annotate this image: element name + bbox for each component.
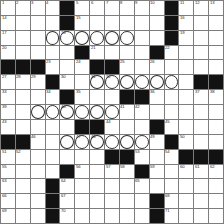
cell-1-2[interactable] <box>31 16 45 30</box>
cell-0-2[interactable]: 3 <box>31 1 45 15</box>
cell-13-9[interactable] <box>135 194 149 208</box>
clue-number: 69 <box>2 209 7 213</box>
block-cell-9-11 <box>165 135 179 149</box>
circle-marker <box>90 105 104 119</box>
block-cell-13-3 <box>46 194 60 208</box>
cell-3-9[interactable] <box>135 46 149 60</box>
block-cell-2-11 <box>165 31 179 45</box>
clue-number: 55 <box>2 165 7 169</box>
clue-number: 27 <box>2 75 7 79</box>
clue-number: 66 <box>2 194 7 198</box>
cell-14-13[interactable] <box>194 209 208 223</box>
cell-0-9[interactable]: 9 <box>135 1 149 15</box>
circle-marker <box>46 105 60 119</box>
block-cell-10-14 <box>209 150 223 164</box>
clue-number: 37 <box>195 90 200 94</box>
clue-number: 23 <box>46 60 51 64</box>
clue-number: 34 <box>46 90 51 94</box>
block-cell-5-3 <box>46 75 60 89</box>
cell-14-7[interactable] <box>105 209 119 223</box>
cell-3-12[interactable] <box>179 46 193 60</box>
clue-number: 1 <box>2 1 4 5</box>
cell-6-6[interactable] <box>90 90 104 104</box>
cell-5-1[interactable]: 28 <box>16 75 30 89</box>
circle-marker <box>120 75 134 89</box>
cell-7-7[interactable] <box>105 105 119 119</box>
cell-9-7[interactable] <box>105 135 119 149</box>
clue-number: 61 <box>195 165 200 169</box>
cell-11-14[interactable]: 62 <box>209 165 223 179</box>
circle-marker <box>120 135 134 149</box>
cell-5-4[interactable]: 30 <box>60 75 74 89</box>
cell-2-14[interactable] <box>209 31 223 45</box>
cell-8-4[interactable] <box>60 120 74 134</box>
cell-3-14[interactable] <box>209 46 223 60</box>
block-cell-1-11 <box>165 16 179 30</box>
cell-13-5[interactable] <box>75 194 89 208</box>
cell-8-2[interactable] <box>31 120 45 134</box>
cell-2-13[interactable] <box>194 31 208 45</box>
cell-5-8[interactable] <box>120 75 134 89</box>
cell-9-12[interactable]: 50 <box>179 135 193 149</box>
cell-6-7[interactable] <box>105 90 119 104</box>
block-cell-4-2 <box>31 60 45 74</box>
cell-11-5[interactable]: 56 <box>75 165 89 179</box>
block-cell-9-1 <box>16 135 30 149</box>
clue-number: 43 <box>2 120 7 124</box>
clue-number: 17 <box>2 31 7 35</box>
cell-7-3[interactable] <box>46 105 60 119</box>
clue-number: 67 <box>61 194 66 198</box>
cell-5-2[interactable]: 29 <box>31 75 45 89</box>
clue-number: 4 <box>46 1 48 5</box>
cell-7-5[interactable] <box>75 105 89 119</box>
cell-14-2[interactable] <box>31 209 45 223</box>
block-cell-13-10 <box>150 194 164 208</box>
cell-3-1[interactable] <box>16 46 30 60</box>
cell-11-6[interactable] <box>90 165 104 179</box>
cell-1-5[interactable]: 15 <box>75 16 89 30</box>
cell-11-8[interactable]: 58 <box>120 165 134 179</box>
cell-1-10[interactable] <box>150 16 164 30</box>
cell-5-11[interactable] <box>165 75 179 89</box>
cell-9-8[interactable] <box>120 135 134 149</box>
cell-2-3[interactable] <box>46 31 60 45</box>
cell-6-3[interactable]: 34 <box>46 90 60 104</box>
cell-14-9[interactable] <box>135 209 149 223</box>
cell-1-8[interactable] <box>120 16 134 30</box>
cell-7-13[interactable] <box>194 105 208 119</box>
circle-marker <box>90 31 104 45</box>
cell-13-14[interactable] <box>209 194 223 208</box>
cell-7-9[interactable]: 42 <box>135 105 149 119</box>
cell-5-9[interactable] <box>135 75 149 89</box>
cell-5-10[interactable] <box>150 75 164 89</box>
cell-9-13[interactable] <box>194 135 208 149</box>
cell-4-13[interactable] <box>194 60 208 74</box>
cell-2-0[interactable]: 17 <box>1 31 15 45</box>
clue-number: 35 <box>76 90 81 94</box>
cell-1-12[interactable]: 16 <box>179 16 193 30</box>
cell-3-2[interactable] <box>31 46 45 60</box>
clue-number: 11 <box>180 1 184 5</box>
cell-14-1[interactable] <box>16 209 30 223</box>
circle-marker <box>105 105 119 119</box>
clue-number: 21 <box>91 46 96 50</box>
cell-12-13[interactable] <box>194 179 208 193</box>
cell-10-2[interactable] <box>31 150 45 164</box>
cell-4-9[interactable] <box>135 60 149 74</box>
cell-12-10[interactable] <box>150 179 164 193</box>
cell-0-10[interactable]: 10 <box>150 1 164 15</box>
clue-number: 52 <box>16 150 21 154</box>
cell-11-11[interactable] <box>165 165 179 179</box>
cell-1-13[interactable] <box>194 16 208 30</box>
block-cell-3-5 <box>75 46 89 60</box>
clue-number: 8 <box>120 1 122 5</box>
block-cell-4-1 <box>16 60 30 74</box>
cell-9-10[interactable]: 49 <box>150 135 164 149</box>
clue-number: 54 <box>165 150 170 154</box>
cell-9-4[interactable] <box>60 135 74 149</box>
clue-number: 71 <box>165 209 170 213</box>
cell-2-2[interactable] <box>31 31 45 45</box>
cell-6-11[interactable] <box>165 90 179 104</box>
cell-5-5[interactable] <box>75 75 89 89</box>
clue-number: 63 <box>2 179 7 183</box>
circle-marker <box>105 135 119 149</box>
block-cell-5-13 <box>194 75 208 89</box>
cell-12-8[interactable] <box>120 179 134 193</box>
cell-8-13[interactable] <box>194 120 208 134</box>
block-cell-0-4 <box>60 1 74 15</box>
cell-2-6[interactable] <box>90 31 104 45</box>
cell-8-9[interactable] <box>135 120 149 134</box>
cell-11-3[interactable] <box>46 165 60 179</box>
cell-1-9[interactable] <box>135 16 149 30</box>
clue-number: 18 <box>61 31 66 35</box>
cell-11-1[interactable] <box>16 165 30 179</box>
clue-number: 28 <box>16 75 21 79</box>
block-cell-3-10 <box>150 46 164 60</box>
cell-11-2[interactable] <box>31 165 45 179</box>
circle-marker <box>46 31 60 45</box>
cell-7-2[interactable] <box>31 105 45 119</box>
block-cell-4-7 <box>105 60 119 74</box>
cell-14-4[interactable]: 70 <box>60 209 74 223</box>
cell-12-6[interactable] <box>90 179 104 193</box>
cell-3-4[interactable] <box>60 46 74 60</box>
cell-11-10[interactable]: 59 <box>150 165 164 179</box>
block-cell-14-3 <box>46 209 60 223</box>
cell-10-1[interactable]: 52 <box>16 150 30 164</box>
cell-1-0[interactable]: 14 <box>1 16 15 30</box>
block-cell-10-13 <box>194 150 208 164</box>
cell-8-7[interactable]: 44 <box>105 120 119 134</box>
block-cell-9-0 <box>1 135 15 149</box>
circle-marker <box>150 75 164 89</box>
cell-6-0[interactable]: 33 <box>1 90 15 104</box>
cell-7-6[interactable] <box>90 105 104 119</box>
cell-0-6[interactable]: 6 <box>90 1 104 15</box>
cell-8-8[interactable] <box>120 120 134 134</box>
circle-marker <box>135 135 149 149</box>
block-cell-0-11 <box>165 1 179 15</box>
cell-14-11[interactable]: 71 <box>165 209 179 223</box>
cell-13-6[interactable] <box>90 194 104 208</box>
crossword-grid: 1234567891011121314151617181920212223242… <box>0 0 224 224</box>
block-cell-14-10 <box>150 209 164 223</box>
circle-marker <box>75 31 89 45</box>
cell-11-12[interactable]: 60 <box>179 165 193 179</box>
clue-number: 59 <box>150 165 155 169</box>
cell-6-12[interactable] <box>179 90 193 104</box>
cell-3-13[interactable] <box>194 46 208 60</box>
cell-13-2[interactable] <box>31 194 45 208</box>
cell-8-3[interactable] <box>46 120 60 134</box>
clue-number: 14 <box>2 16 7 20</box>
clue-number: 19 <box>180 31 185 35</box>
cell-0-5[interactable]: 5 <box>75 1 89 15</box>
cell-12-0[interactable]: 63 <box>1 179 15 193</box>
clue-number: 58 <box>120 165 125 169</box>
circle-marker <box>105 31 119 45</box>
cell-10-6[interactable] <box>90 150 104 164</box>
cell-14-6[interactable] <box>90 209 104 223</box>
clue-number: 26 <box>150 60 155 64</box>
circle-marker <box>135 75 149 89</box>
cell-9-14[interactable] <box>209 135 223 149</box>
clue-number: 62 <box>210 165 215 169</box>
cell-6-1[interactable] <box>16 90 30 104</box>
cell-0-13[interactable]: 12 <box>194 1 208 15</box>
cell-12-4[interactable]: 64 <box>60 179 74 193</box>
circle-marker <box>60 135 74 149</box>
cell-0-7[interactable]: 7 <box>105 1 119 15</box>
cell-6-14[interactable]: 38 <box>209 90 223 104</box>
clue-number: 22 <box>165 46 170 50</box>
clue-number: 20 <box>2 46 7 50</box>
cell-2-9[interactable] <box>135 31 149 45</box>
cell-3-11[interactable]: 22 <box>165 46 179 60</box>
block-cell-10-12 <box>179 150 193 164</box>
block-cell-6-9 <box>135 90 149 104</box>
cell-2-10[interactable] <box>150 31 164 45</box>
cell-9-2[interactable]: 46 <box>31 135 45 149</box>
cell-9-3[interactable] <box>46 135 60 149</box>
cell-12-11[interactable] <box>165 179 179 193</box>
cell-7-11[interactable] <box>165 105 179 119</box>
cell-3-7[interactable] <box>105 46 119 60</box>
clue-number: 9 <box>135 1 137 5</box>
cell-9-9[interactable] <box>135 135 149 149</box>
cell-7-8[interactable]: 41 <box>120 105 134 119</box>
cell-1-1[interactable] <box>16 16 30 30</box>
clue-number: 6 <box>91 1 93 5</box>
cell-14-12[interactable] <box>179 209 193 223</box>
clue-number: 30 <box>61 75 66 79</box>
circle-marker <box>120 31 134 45</box>
cell-4-5[interactable]: 24 <box>75 60 89 74</box>
clue-number: 32 <box>106 75 111 79</box>
cell-3-3[interactable] <box>46 46 60 60</box>
cell-7-4[interactable]: 40 <box>60 105 74 119</box>
cell-4-3[interactable]: 23 <box>46 60 60 74</box>
clue-number: 3 <box>31 1 33 5</box>
cell-8-11[interactable]: 45 <box>165 120 179 134</box>
clue-number: 51 <box>2 150 7 154</box>
block-cell-8-5 <box>75 120 89 134</box>
clue-number: 36 <box>150 90 155 94</box>
cell-0-12[interactable]: 11 <box>179 1 193 15</box>
cell-4-10[interactable]: 26 <box>150 60 164 74</box>
clue-number: 31 <box>91 75 96 79</box>
cell-0-14[interactable]: 13 <box>209 1 223 15</box>
clue-number: 68 <box>165 194 170 198</box>
cell-13-4[interactable]: 67 <box>60 194 74 208</box>
cell-14-14[interactable] <box>209 209 223 223</box>
clue-number: 42 <box>135 105 140 109</box>
cell-7-10[interactable] <box>150 105 164 119</box>
block-cell-8-10 <box>150 120 164 134</box>
circle-marker <box>165 75 179 89</box>
clue-number: 70 <box>61 209 66 213</box>
cell-5-6[interactable]: 31 <box>90 75 104 89</box>
clue-number: 13 <box>210 1 215 5</box>
cell-0-1[interactable]: 2 <box>16 1 30 15</box>
clue-number: 60 <box>180 165 185 169</box>
cell-2-4[interactable]: 18 <box>60 31 74 45</box>
cell-8-14[interactable] <box>209 120 223 134</box>
block-cell-12-3 <box>46 179 60 193</box>
clue-number: 7 <box>106 1 108 5</box>
cell-3-8[interactable] <box>120 46 134 60</box>
cell-12-1[interactable] <box>16 179 30 193</box>
cell-8-1[interactable] <box>16 120 30 134</box>
cell-9-5[interactable]: 47 <box>75 135 89 149</box>
cell-11-13[interactable]: 61 <box>194 165 208 179</box>
clue-number: 57 <box>106 165 111 169</box>
cell-8-0[interactable]: 43 <box>1 120 15 134</box>
clue-number: 64 <box>61 179 66 183</box>
cell-13-8[interactable] <box>120 194 134 208</box>
clue-number: 48 <box>91 135 96 139</box>
block-cell-6-4 <box>60 90 74 104</box>
cell-12-14[interactable] <box>209 179 223 193</box>
cell-11-7[interactable]: 57 <box>105 165 119 179</box>
cell-6-10[interactable]: 36 <box>150 90 164 104</box>
cell-14-8[interactable] <box>120 209 134 223</box>
cell-1-6[interactable] <box>90 16 104 30</box>
cell-10-9[interactable]: 53 <box>135 150 149 164</box>
clue-number: 44 <box>106 120 111 124</box>
clue-number: 56 <box>76 165 81 169</box>
cell-0-0[interactable]: 1 <box>1 1 15 15</box>
cell-13-0[interactable]: 66 <box>1 194 15 208</box>
clue-number: 15 <box>76 16 81 20</box>
cell-9-6[interactable]: 48 <box>90 135 104 149</box>
cell-13-7[interactable] <box>105 194 119 208</box>
cell-5-7[interactable]: 32 <box>105 75 119 89</box>
clue-number: 47 <box>76 135 81 139</box>
cell-12-2[interactable] <box>31 179 45 193</box>
cell-4-11[interactable] <box>165 60 179 74</box>
cell-4-8[interactable]: 25 <box>120 60 134 74</box>
cell-14-0[interactable]: 69 <box>1 209 15 223</box>
cell-2-12[interactable]: 19 <box>179 31 193 45</box>
cell-2-8[interactable] <box>120 31 134 45</box>
block-cell-4-0 <box>1 60 15 74</box>
cell-0-3[interactable]: 4 <box>46 1 60 15</box>
block-cell-11-9 <box>135 165 149 179</box>
cell-4-4[interactable] <box>60 60 74 74</box>
cell-13-11[interactable]: 68 <box>165 194 179 208</box>
cell-4-14[interactable] <box>209 60 223 74</box>
cell-8-12[interactable] <box>179 120 193 134</box>
cell-12-5[interactable] <box>75 179 89 193</box>
cell-13-13[interactable] <box>194 194 208 208</box>
cell-3-6[interactable]: 21 <box>90 46 104 60</box>
block-cell-6-8 <box>120 90 134 104</box>
cell-1-3[interactable] <box>46 16 60 30</box>
clue-number: 41 <box>120 105 125 109</box>
cell-10-0[interactable]: 51 <box>1 150 15 164</box>
clue-number: 39 <box>2 105 7 109</box>
cell-6-13[interactable]: 37 <box>194 90 208 104</box>
cell-11-0[interactable]: 55 <box>1 165 15 179</box>
cell-6-2[interactable] <box>31 90 45 104</box>
cell-4-12[interactable] <box>179 60 193 74</box>
cell-7-12[interactable] <box>179 105 193 119</box>
cell-10-3[interactable] <box>46 150 60 164</box>
cell-1-14[interactable] <box>209 16 223 30</box>
cell-10-10[interactable] <box>150 150 164 164</box>
cell-10-5[interactable] <box>75 150 89 164</box>
cell-5-0[interactable]: 27 <box>1 75 15 89</box>
cell-3-0[interactable]: 20 <box>1 46 15 60</box>
cell-12-12[interactable] <box>179 179 193 193</box>
cell-5-12[interactable] <box>179 75 193 89</box>
cell-2-7[interactable] <box>105 31 119 45</box>
clue-number: 12 <box>195 1 200 5</box>
cell-7-1[interactable] <box>16 105 30 119</box>
block-cell-5-14 <box>209 75 223 89</box>
cell-12-9[interactable]: 65 <box>135 179 149 193</box>
cell-7-14[interactable] <box>209 105 223 119</box>
cell-10-4[interactable] <box>60 150 74 164</box>
clue-number: 50 <box>180 135 185 139</box>
cell-14-5[interactable] <box>75 209 89 223</box>
clue-number: 16 <box>180 16 185 20</box>
cell-12-7[interactable] <box>105 179 119 193</box>
block-cell-10-8 <box>120 150 134 164</box>
cell-2-1[interactable] <box>16 31 30 45</box>
cell-10-11[interactable]: 54 <box>165 150 179 164</box>
cell-7-0[interactable]: 39 <box>1 105 15 119</box>
block-cell-10-7 <box>105 150 119 164</box>
clue-number: 2 <box>16 1 18 5</box>
circle-marker <box>75 105 89 119</box>
crossword-page: 1234567891011121314151617181920212223242… <box>0 0 224 224</box>
cell-6-5[interactable]: 35 <box>75 90 89 104</box>
cell-0-8[interactable]: 8 <box>120 1 134 15</box>
cell-13-1[interactable] <box>16 194 30 208</box>
clue-number: 24 <box>76 60 81 64</box>
clue-number: 46 <box>31 135 36 139</box>
cell-2-5[interactable] <box>75 31 89 45</box>
cell-1-7[interactable] <box>105 16 119 30</box>
cell-13-12[interactable] <box>179 194 193 208</box>
